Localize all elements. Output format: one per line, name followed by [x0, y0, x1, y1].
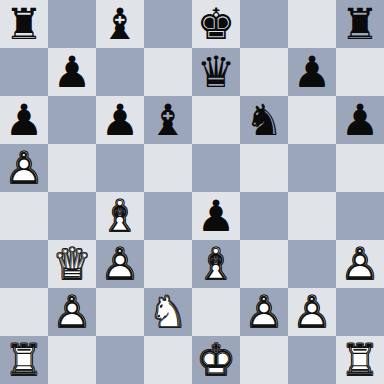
square-f6[interactable]: ♞: [240, 96, 288, 144]
piece-fill-layer: ♟: [336, 96, 384, 144]
white-queen-icon: ♛♕: [48, 240, 96, 288]
black-pawn-icon: ♟: [336, 96, 384, 144]
square-f8[interactable]: [240, 0, 288, 48]
square-h2[interactable]: [336, 288, 384, 336]
white-rook-icon: ♜♖: [336, 336, 384, 384]
piece-outline-layer: ♙: [240, 288, 288, 336]
piece-fill-layer: ♜: [0, 0, 48, 48]
white-pawn-icon: ♟♙: [288, 288, 336, 336]
square-h1[interactable]: ♜♖: [336, 336, 384, 384]
square-c2[interactable]: [96, 288, 144, 336]
square-a2[interactable]: [0, 288, 48, 336]
square-g3[interactable]: [288, 240, 336, 288]
piece-fill-layer: ♟: [48, 48, 96, 96]
square-b6[interactable]: [48, 96, 96, 144]
square-a5[interactable]: ♟♙: [0, 144, 48, 192]
white-pawn-icon: ♟♙: [0, 144, 48, 192]
square-e3[interactable]: ♝♗: [192, 240, 240, 288]
square-c7[interactable]: [96, 48, 144, 96]
square-e8[interactable]: ♚: [192, 0, 240, 48]
square-b7[interactable]: ♟: [48, 48, 96, 96]
square-c3[interactable]: ♟♙: [96, 240, 144, 288]
square-g7[interactable]: ♟: [288, 48, 336, 96]
black-bishop-icon: ♝: [96, 0, 144, 48]
black-pawn-icon: ♟: [288, 48, 336, 96]
square-h3[interactable]: ♟♙: [336, 240, 384, 288]
piece-outline-layer: ♗: [96, 192, 144, 240]
square-e7[interactable]: ♛: [192, 48, 240, 96]
piece-fill-layer: ♟: [288, 48, 336, 96]
piece-fill-layer: ♛: [192, 48, 240, 96]
square-e6[interactable]: [192, 96, 240, 144]
square-b4[interactable]: [48, 192, 96, 240]
piece-fill-layer: ♟: [0, 96, 48, 144]
square-f5[interactable]: [240, 144, 288, 192]
white-pawn-icon: ♟♙: [240, 288, 288, 336]
piece-outline-layer: ♙: [0, 144, 48, 192]
square-h8[interactable]: ♜: [336, 0, 384, 48]
square-f4[interactable]: [240, 192, 288, 240]
square-g5[interactable]: [288, 144, 336, 192]
piece-fill-layer: ♝: [144, 96, 192, 144]
black-pawn-icon: ♟: [192, 192, 240, 240]
black-king-icon: ♚: [192, 0, 240, 48]
square-g4[interactable]: [288, 192, 336, 240]
white-pawn-icon: ♟♙: [336, 240, 384, 288]
piece-outline-layer: ♗: [192, 240, 240, 288]
white-rook-icon: ♜♖: [0, 336, 48, 384]
square-e1[interactable]: ♚♔: [192, 336, 240, 384]
square-f3[interactable]: [240, 240, 288, 288]
black-pawn-icon: ♟: [96, 96, 144, 144]
square-a6[interactable]: ♟: [0, 96, 48, 144]
black-queen-icon: ♛: [192, 48, 240, 96]
piece-fill-layer: ♚: [192, 0, 240, 48]
piece-fill-layer: ♞: [240, 96, 288, 144]
white-bishop-icon: ♝♗: [192, 240, 240, 288]
square-a4[interactable]: [0, 192, 48, 240]
piece-outline-layer: ♙: [48, 288, 96, 336]
square-a8[interactable]: ♜: [0, 0, 48, 48]
square-b2[interactable]: ♟♙: [48, 288, 96, 336]
piece-outline-layer: ♖: [0, 336, 48, 384]
piece-outline-layer: ♕: [48, 240, 96, 288]
square-b3[interactable]: ♛♕: [48, 240, 96, 288]
square-h4[interactable]: [336, 192, 384, 240]
white-pawn-icon: ♟♙: [96, 240, 144, 288]
square-d8[interactable]: [144, 0, 192, 48]
square-a1[interactable]: ♜♖: [0, 336, 48, 384]
square-a7[interactable]: [0, 48, 48, 96]
square-d7[interactable]: [144, 48, 192, 96]
white-pawn-icon: ♟♙: [48, 288, 96, 336]
square-h6[interactable]: ♟: [336, 96, 384, 144]
piece-outline-layer: ♔: [192, 336, 240, 384]
square-b5[interactable]: [48, 144, 96, 192]
square-d5[interactable]: [144, 144, 192, 192]
square-c6[interactable]: ♟: [96, 96, 144, 144]
square-g6[interactable]: [288, 96, 336, 144]
piece-outline-layer: ♙: [96, 240, 144, 288]
piece-outline-layer: ♘: [144, 288, 192, 336]
square-d3[interactable]: [144, 240, 192, 288]
square-e4[interactable]: ♟: [192, 192, 240, 240]
square-e5[interactable]: [192, 144, 240, 192]
square-b8[interactable]: [48, 0, 96, 48]
black-rook-icon: ♜: [336, 0, 384, 48]
square-d2[interactable]: ♞♘: [144, 288, 192, 336]
piece-outline-layer: ♖: [336, 336, 384, 384]
square-f7[interactable]: [240, 48, 288, 96]
square-g8[interactable]: [288, 0, 336, 48]
square-a3[interactable]: [0, 240, 48, 288]
white-knight-icon: ♞♘: [144, 288, 192, 336]
white-bishop-icon: ♝♗: [96, 192, 144, 240]
square-e2[interactable]: [192, 288, 240, 336]
square-d6[interactable]: ♝: [144, 96, 192, 144]
black-pawn-icon: ♟: [0, 96, 48, 144]
square-d1[interactable]: [144, 336, 192, 384]
black-bishop-icon: ♝: [144, 96, 192, 144]
square-g1[interactable]: [288, 336, 336, 384]
piece-outline-layer: ♙: [336, 240, 384, 288]
square-g2[interactable]: ♟♙: [288, 288, 336, 336]
square-f2[interactable]: ♟♙: [240, 288, 288, 336]
square-c4[interactable]: ♝♗: [96, 192, 144, 240]
square-f1[interactable]: [240, 336, 288, 384]
black-pawn-icon: ♟: [48, 48, 96, 96]
black-knight-icon: ♞: [240, 96, 288, 144]
piece-fill-layer: ♝: [96, 0, 144, 48]
square-c1[interactable]: [96, 336, 144, 384]
chess-board: ♜♝♚♜♟♛♟♟♟♝♞♟♟♙♝♗♟♛♕♟♙♝♗♟♙♟♙♞♘♟♙♟♙♜♖♚♔♜♖: [0, 0, 384, 384]
square-d4[interactable]: [144, 192, 192, 240]
piece-fill-layer: ♟: [192, 192, 240, 240]
square-h7[interactable]: [336, 48, 384, 96]
piece-fill-layer: ♜: [336, 0, 384, 48]
square-h5[interactable]: [336, 144, 384, 192]
black-rook-icon: ♜: [0, 0, 48, 48]
white-king-icon: ♚♔: [192, 336, 240, 384]
square-b1[interactable]: [48, 336, 96, 384]
piece-outline-layer: ♙: [288, 288, 336, 336]
piece-fill-layer: ♟: [96, 96, 144, 144]
square-c8[interactable]: ♝: [96, 0, 144, 48]
square-c5[interactable]: [96, 144, 144, 192]
